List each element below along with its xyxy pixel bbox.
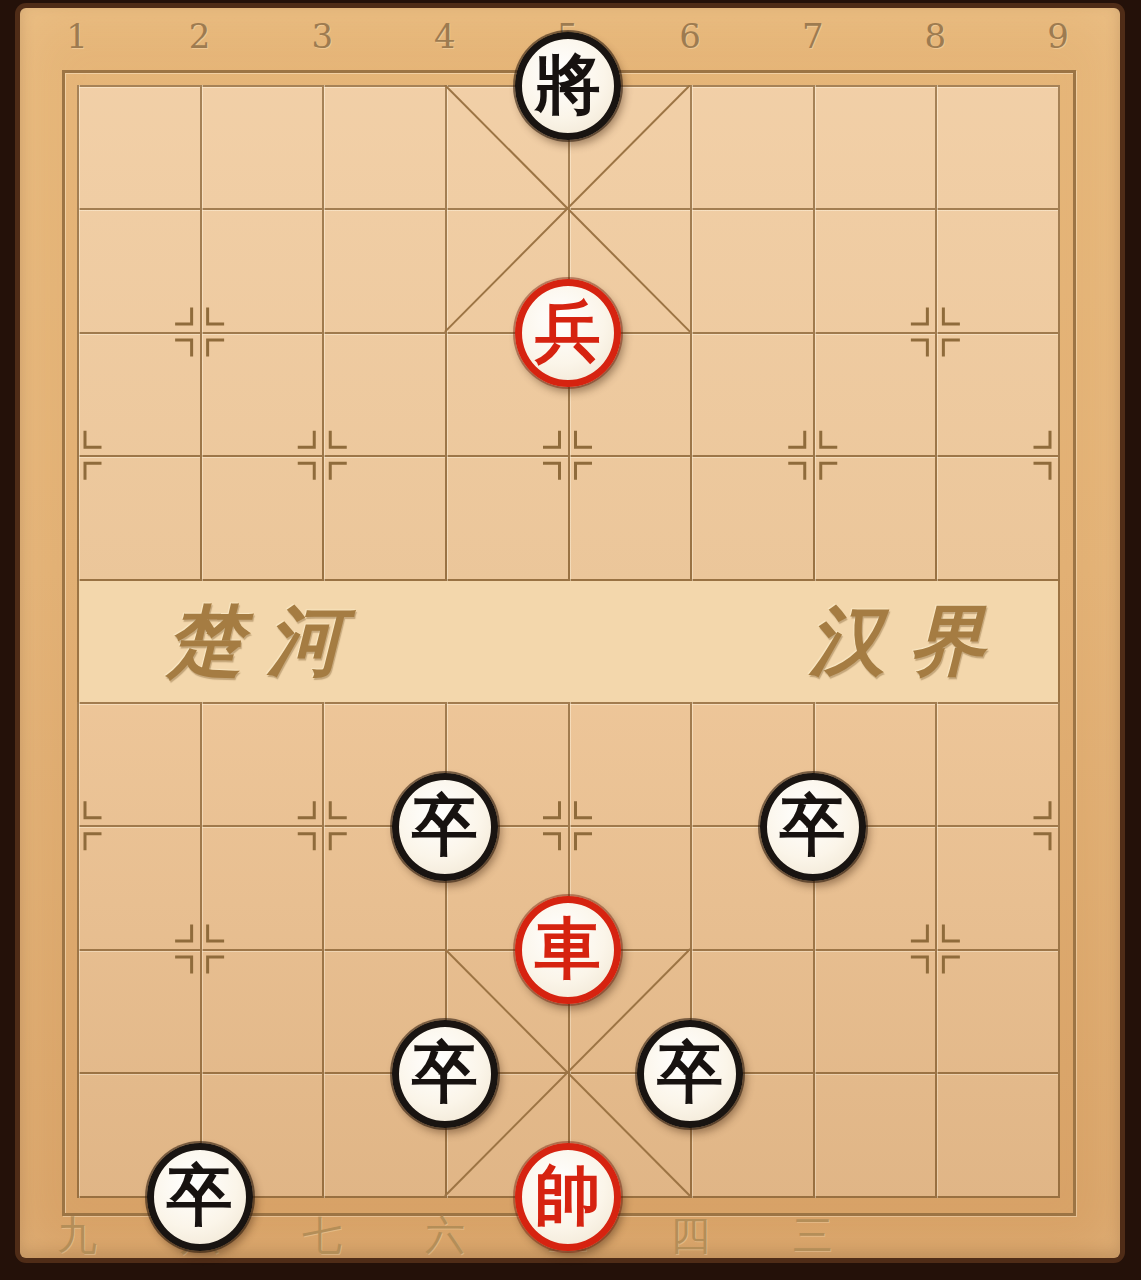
piece-black-soldier-2[interactable]: 卒	[760, 773, 866, 881]
piece-glyph: 卒	[780, 793, 846, 859]
piece-black-soldier-3[interactable]: 卒	[392, 1020, 498, 1128]
piece-red-general[interactable]: 帥	[515, 1143, 621, 1251]
xiangqi-app: 楚河 汉界 123456789九八七六五四三 將兵卒卒車卒卒卒帥	[0, 0, 1141, 1280]
piece-glyph: 卒	[412, 793, 478, 859]
board-lines	[77, 85, 1060, 1198]
piece-glyph: 卒	[167, 1163, 233, 1229]
piece-glyph: 卒	[657, 1040, 723, 1106]
piece-glyph: 卒	[412, 1040, 478, 1106]
piece-black-general[interactable]: 將	[515, 32, 621, 140]
piece-black-soldier-1[interactable]: 卒	[392, 773, 498, 881]
piece-glyph: 車	[535, 916, 601, 982]
piece-glyph: 兵	[535, 299, 601, 365]
piece-glyph: 將	[535, 52, 601, 118]
piece-glyph: 帥	[535, 1163, 601, 1229]
piece-red-chariot[interactable]: 車	[515, 896, 621, 1004]
piece-black-soldier-4[interactable]: 卒	[637, 1020, 743, 1128]
piece-red-soldier[interactable]: 兵	[515, 279, 621, 387]
piece-black-soldier-5[interactable]: 卒	[147, 1143, 253, 1251]
